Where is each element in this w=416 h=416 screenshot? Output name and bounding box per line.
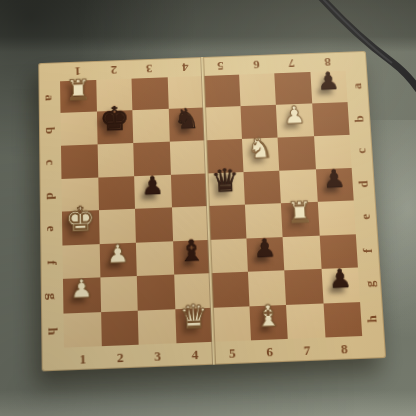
square-g2 xyxy=(100,276,138,311)
board-frame: 12345678 12345678 abcdefgh abcdefgh ♜♟♚♞… xyxy=(38,51,386,371)
white-pawn-f2: ♟ xyxy=(106,241,129,267)
coord-label: 4 xyxy=(167,58,203,76)
white-king-e1: ♚ xyxy=(65,201,96,236)
square-a8: ♟ xyxy=(310,71,348,104)
square-h6: ♝ xyxy=(249,305,288,341)
black-king-b2: ♚ xyxy=(99,102,130,136)
coord-label: 6 xyxy=(251,341,289,362)
coord-label: 5 xyxy=(202,57,238,75)
coord-label: 5 xyxy=(213,342,251,363)
square-g8: ♟ xyxy=(321,268,360,303)
square-b2: ♚ xyxy=(96,110,133,144)
coord-label: 1 xyxy=(64,348,102,369)
square-f7 xyxy=(283,236,322,271)
square-g3 xyxy=(137,275,175,310)
square-g5 xyxy=(211,272,249,307)
photo-scene: 12345678 12345678 abcdefgh abcdefgh ♜♟♚♞… xyxy=(0,0,416,416)
white-bishop-h6: ♝ xyxy=(254,301,282,332)
square-b7: ♟ xyxy=(276,104,314,138)
white-pawn-b7: ♟ xyxy=(283,103,306,128)
square-f4: ♝ xyxy=(173,240,211,275)
square-d8: ♟ xyxy=(315,168,353,202)
square-b3 xyxy=(132,109,169,143)
coord-label: 7 xyxy=(288,340,326,361)
square-e1: ♚ xyxy=(62,210,99,245)
square-d6 xyxy=(243,170,281,204)
square-d5: ♛ xyxy=(207,172,245,206)
chess-board: 12345678 12345678 abcdefgh abcdefgh ♜♟♚♞… xyxy=(38,51,386,371)
square-a1: ♜ xyxy=(60,80,96,113)
square-e5 xyxy=(208,205,246,240)
black-pawn-d8: ♟ xyxy=(322,166,346,191)
square-d2 xyxy=(98,176,135,210)
coord-label: 2 xyxy=(101,347,139,368)
square-g1: ♟ xyxy=(63,278,101,313)
square-f6: ♟ xyxy=(246,237,284,272)
square-c4 xyxy=(169,141,206,175)
white-pawn-g1: ♟ xyxy=(70,276,93,302)
file-labels-left: abcdefgh xyxy=(40,81,63,348)
square-f5 xyxy=(209,238,247,273)
square-d3: ♟ xyxy=(134,175,171,209)
square-e3 xyxy=(135,207,173,242)
square-h1 xyxy=(63,312,101,348)
coord-label: 6 xyxy=(238,55,274,73)
square-h3 xyxy=(138,309,176,345)
square-a6 xyxy=(239,73,276,106)
coord-label: 4 xyxy=(176,344,214,365)
square-h8 xyxy=(323,302,362,338)
square-c1 xyxy=(61,145,98,179)
coord-label: 3 xyxy=(131,59,167,77)
coord-label: 7 xyxy=(273,54,310,72)
white-rook-a1: ♜ xyxy=(65,77,91,106)
black-pawn-f6: ♟ xyxy=(253,236,277,262)
square-a3 xyxy=(132,77,169,110)
square-c7 xyxy=(278,137,316,171)
coord-label: 8 xyxy=(325,338,363,359)
square-e7: ♜ xyxy=(281,202,319,237)
square-c2 xyxy=(97,143,134,177)
square-h7 xyxy=(286,303,325,339)
square-a5 xyxy=(203,75,240,108)
coord-label: 3 xyxy=(139,345,177,366)
square-g7 xyxy=(284,269,323,304)
black-pawn-a8: ♟ xyxy=(317,69,340,94)
square-c6: ♞ xyxy=(241,138,279,172)
square-f3 xyxy=(136,241,174,276)
black-queen-d5: ♛ xyxy=(210,165,240,198)
square-d4 xyxy=(170,173,208,207)
white-queen-h4: ♛ xyxy=(179,300,209,334)
black-pawn-g8: ♟ xyxy=(328,266,352,292)
black-knight-b4: ♞ xyxy=(173,105,200,134)
square-h5 xyxy=(212,306,251,342)
square-h4: ♛ xyxy=(175,307,213,343)
square-e8 xyxy=(317,200,356,235)
white-knight-c6: ♞ xyxy=(247,134,274,163)
square-b1 xyxy=(61,112,98,146)
black-bishop-f4: ♝ xyxy=(178,236,205,266)
square-b5 xyxy=(204,106,241,140)
square-b4: ♞ xyxy=(168,108,205,142)
square-f2: ♟ xyxy=(99,243,137,278)
square-h2 xyxy=(101,310,139,346)
coord-label: 2 xyxy=(95,61,131,79)
square-b8 xyxy=(312,102,350,136)
white-rook-e7: ♜ xyxy=(286,199,314,229)
black-pawn-d3: ♟ xyxy=(141,173,164,198)
